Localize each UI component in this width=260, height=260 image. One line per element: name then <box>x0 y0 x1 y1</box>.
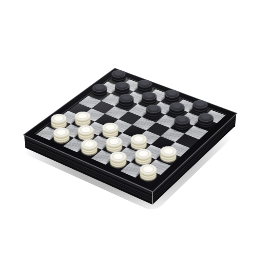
checkers-board <box>23 68 238 192</box>
checker-black <box>195 118 216 130</box>
checker-white <box>157 151 179 165</box>
product-photo <box>0 0 260 260</box>
checker-white <box>136 169 159 183</box>
